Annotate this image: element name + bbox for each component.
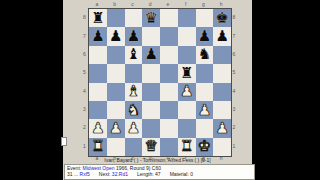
white-rook: ♜ xyxy=(91,139,104,154)
rank-label-2: 2 xyxy=(231,118,237,136)
black-queen: ♛ xyxy=(144,11,157,26)
square-a5 xyxy=(89,64,107,82)
square-b3 xyxy=(107,101,125,119)
file-label-b: b xyxy=(106,2,124,7)
black-rook: ♜ xyxy=(91,11,104,26)
square-g6: ♞ xyxy=(196,46,214,64)
square-f5: ♜ xyxy=(178,64,196,82)
rank-labels-left: 87654321 xyxy=(82,8,87,155)
square-g5 xyxy=(196,64,214,82)
rank-labels-right: 87654321 xyxy=(231,8,237,155)
square-h4 xyxy=(213,83,231,101)
square-c3: ♞ xyxy=(125,101,143,119)
rank-label-3: 3 xyxy=(231,100,237,118)
square-b8 xyxy=(107,9,125,27)
scrollbar-remnant xyxy=(61,137,67,146)
square-g3: ♟ xyxy=(196,101,214,119)
move-status-line: 31 ... Rxf5Next: 32.Rd1Length: 47Materia… xyxy=(67,171,252,177)
black-bishop: ♝ xyxy=(127,47,140,62)
square-g7: ♟ xyxy=(196,27,214,45)
square-e7 xyxy=(160,27,178,45)
rank-label-8: 8 xyxy=(82,8,87,26)
rank-label-7: 7 xyxy=(82,26,87,44)
square-c2: ♟ xyxy=(125,119,143,137)
rank-label-6: 6 xyxy=(231,45,237,63)
square-h1 xyxy=(213,138,231,156)
file-label-c: c xyxy=(124,2,142,7)
file-label-d: d xyxy=(141,2,159,7)
length-indicator: Length: 47 xyxy=(137,171,161,177)
rank-label-1: 1 xyxy=(82,137,87,155)
rank-label-3: 3 xyxy=(82,100,87,118)
square-g4 xyxy=(196,83,214,101)
square-b1 xyxy=(107,138,125,156)
square-b7: ♟ xyxy=(107,27,125,45)
black-king: ♚ xyxy=(215,11,228,26)
square-b2: ♟ xyxy=(107,119,125,137)
file-label-e: e xyxy=(159,2,177,7)
file-label-a: a xyxy=(88,2,106,7)
square-c7: ♟ xyxy=(125,27,143,45)
chess-board: ♜♛♚♟♟♟♟♟♝♟♞♜♝♟♞♟♟♟♟♟♜♛♜♚ xyxy=(88,8,232,157)
black-pawn: ♟ xyxy=(198,29,211,44)
square-a7: ♟ xyxy=(89,27,107,45)
rank-label-8: 8 xyxy=(231,8,237,26)
white-pawn: ♟ xyxy=(215,121,228,136)
square-f1: ♜ xyxy=(178,138,196,156)
black-pawn: ♟ xyxy=(109,29,122,44)
square-f6 xyxy=(178,46,196,64)
square-c8 xyxy=(125,9,143,27)
square-d7 xyxy=(142,27,160,45)
square-h8: ♚ xyxy=(213,9,231,27)
square-a2: ♟ xyxy=(89,119,107,137)
square-h2: ♟ xyxy=(213,119,231,137)
square-e2 xyxy=(160,119,178,137)
rank-label-2: 2 xyxy=(82,118,87,136)
square-d8: ♛ xyxy=(142,9,160,27)
rank-label-7: 7 xyxy=(231,26,237,44)
white-pawn: ♟ xyxy=(127,121,140,136)
rank-label-1: 1 xyxy=(231,137,237,155)
square-d1: ♛ xyxy=(142,138,160,156)
square-f4: ♟ xyxy=(178,83,196,101)
square-h7: ♟ xyxy=(213,27,231,45)
rank-label-5: 5 xyxy=(82,63,87,81)
square-a8: ♜ xyxy=(89,9,107,27)
square-f2 xyxy=(178,119,196,137)
file-label-f: f xyxy=(177,2,195,7)
square-g8 xyxy=(196,9,214,27)
square-e1 xyxy=(160,138,178,156)
square-h6 xyxy=(213,46,231,64)
black-knight: ♞ xyxy=(198,47,211,62)
square-a3 xyxy=(89,101,107,119)
square-h3 xyxy=(213,101,231,119)
square-d3 xyxy=(142,101,160,119)
square-b6 xyxy=(107,46,125,64)
white-pawn: ♟ xyxy=(198,103,211,118)
chess-viewer-panel: abcdefgh 87654321 ♜♛♚♟♟♟♟♟♝♟♞♜♝♟♞♟♟♟♟♟♜♛… xyxy=(63,0,252,180)
square-c6: ♝ xyxy=(125,46,143,64)
current-move: 31 ... Rxf5 xyxy=(67,171,90,177)
square-e3 xyxy=(160,101,178,119)
square-d5 xyxy=(142,64,160,82)
square-g1: ♚ xyxy=(196,138,214,156)
file-labels-top: abcdefgh xyxy=(88,2,230,7)
square-e6 xyxy=(160,46,178,64)
white-rook: ♜ xyxy=(180,139,193,154)
white-knight: ♞ xyxy=(127,103,140,118)
material-indicator: Material: 0 xyxy=(170,171,193,177)
next-move: Next: 32.Rd1 xyxy=(99,171,128,177)
square-a6 xyxy=(89,46,107,64)
players-result-line: Ivan, Bayard ( ) - Tomlinson, Alfred Fes… xyxy=(63,157,252,163)
current-move-link[interactable]: Rxf5 xyxy=(80,171,90,177)
video-frame: abcdefgh 87654321 ♜♛♚♟♟♟♟♟♝♟♞♜♝♟♞♟♟♟♟♟♜♛… xyxy=(0,0,320,180)
square-f3 xyxy=(178,101,196,119)
square-d6: ♟ xyxy=(142,46,160,64)
white-king: ♚ xyxy=(198,139,211,154)
black-pawn: ♟ xyxy=(144,47,157,62)
square-f7 xyxy=(178,27,196,45)
square-e8 xyxy=(160,9,178,27)
white-queen: ♛ xyxy=(144,139,157,154)
square-d4 xyxy=(142,83,160,101)
square-e4 xyxy=(160,83,178,101)
white-pawn: ♟ xyxy=(109,121,122,136)
game-info-panel: Event: Midwest Open 1966, Round 9) C60 3… xyxy=(64,164,255,180)
white-pawn: ♟ xyxy=(91,121,104,136)
square-c4: ♝ xyxy=(125,83,143,101)
white-bishop: ♝ xyxy=(127,84,140,99)
rank-label-5: 5 xyxy=(231,63,237,81)
rank-label-4: 4 xyxy=(82,82,87,100)
rank-label-6: 6 xyxy=(82,45,87,63)
square-c5 xyxy=(125,64,143,82)
square-h5 xyxy=(213,64,231,82)
white-pawn: ♟ xyxy=(180,84,193,99)
black-pawn: ♟ xyxy=(215,29,228,44)
square-e5 xyxy=(160,64,178,82)
square-b4 xyxy=(107,83,125,101)
square-f8 xyxy=(178,9,196,27)
black-pawn: ♟ xyxy=(91,29,104,44)
square-c1 xyxy=(125,138,143,156)
square-g2 xyxy=(196,119,214,137)
square-b5 xyxy=(107,64,125,82)
file-label-g: g xyxy=(195,2,213,7)
black-rook: ♜ xyxy=(180,66,193,81)
square-a1: ♜ xyxy=(89,138,107,156)
rank-label-4: 4 xyxy=(231,82,237,100)
next-move-link[interactable]: 32.Rd1 xyxy=(112,171,128,177)
black-pawn: ♟ xyxy=(127,29,140,44)
file-label-h: h xyxy=(212,2,230,7)
square-d2 xyxy=(142,119,160,137)
square-a4 xyxy=(89,83,107,101)
